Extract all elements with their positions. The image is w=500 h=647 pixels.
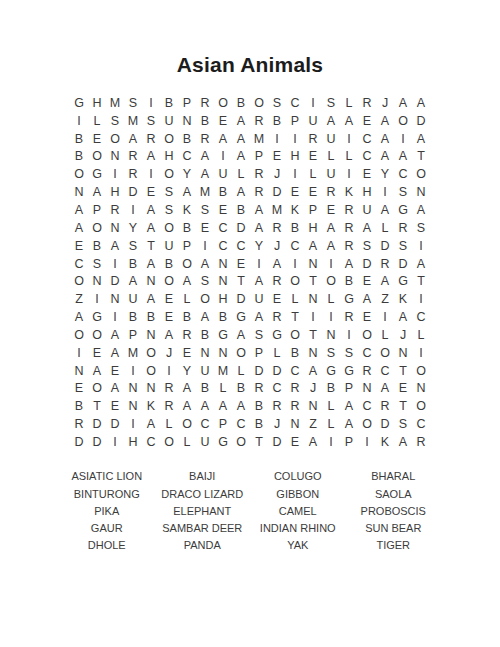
grid-cell: O bbox=[160, 219, 178, 237]
grid-cell: T bbox=[250, 433, 268, 451]
grid-cell: R bbox=[322, 183, 340, 201]
word-list: ASIATIC LIONBAIJICOLUGOBHARALBINTURONGDR… bbox=[59, 468, 441, 554]
grid-cell: B bbox=[232, 201, 250, 219]
grid-cell: N bbox=[304, 344, 322, 362]
grid-cell: R bbox=[160, 397, 178, 415]
grid-cell: R bbox=[250, 380, 268, 398]
grid-cell: N bbox=[358, 380, 376, 398]
grid-cell: E bbox=[106, 362, 124, 380]
grid-cell: D bbox=[232, 219, 250, 237]
grid-cell: A bbox=[250, 272, 268, 290]
grid-cell: A bbox=[376, 148, 394, 166]
grid-cell: I bbox=[358, 433, 376, 451]
grid-cell: O bbox=[394, 112, 412, 130]
grid-cell: N bbox=[142, 272, 160, 290]
grid-cell: O bbox=[412, 362, 430, 380]
word-item: SUN BEAR bbox=[346, 519, 442, 536]
grid-cell: A bbox=[394, 148, 412, 166]
grid-cell: R bbox=[340, 219, 358, 237]
page-title: Asian Animals bbox=[0, 0, 500, 78]
grid-cell: L bbox=[178, 433, 196, 451]
grid-cell: N bbox=[304, 397, 322, 415]
grid-cell: O bbox=[196, 290, 214, 308]
grid-cell: A bbox=[376, 112, 394, 130]
grid-cell: B bbox=[160, 255, 178, 273]
grid-cell: A bbox=[376, 272, 394, 290]
grid-cell: A bbox=[376, 380, 394, 398]
grid-cell: D bbox=[88, 415, 106, 433]
grid-cell: A bbox=[304, 362, 322, 380]
grid-cell: B bbox=[214, 183, 232, 201]
grid-cell: A bbox=[412, 201, 430, 219]
grid-cell: G bbox=[340, 290, 358, 308]
grid-cell: B bbox=[286, 344, 304, 362]
grid-cell: N bbox=[304, 255, 322, 273]
grid-cell: L bbox=[376, 219, 394, 237]
grid-cell: R bbox=[250, 183, 268, 201]
grid-cell: D bbox=[268, 362, 286, 380]
grid-cell: M bbox=[106, 94, 124, 112]
grid-cell: U bbox=[124, 290, 142, 308]
grid-cell: U bbox=[160, 112, 178, 130]
grid-cell: N bbox=[106, 290, 124, 308]
grid-cell: D bbox=[376, 415, 394, 433]
grid-cell: P bbox=[340, 380, 358, 398]
grid-cell: I bbox=[106, 255, 124, 273]
grid-cell: A bbox=[376, 201, 394, 219]
grid-cell: E bbox=[304, 183, 322, 201]
grid-cell: S bbox=[268, 94, 286, 112]
grid-cell: D bbox=[358, 255, 376, 273]
grid-cell: O bbox=[70, 326, 88, 344]
grid-cell: U bbox=[304, 112, 322, 130]
grid-cell: O bbox=[376, 344, 394, 362]
grid-cell: R bbox=[106, 201, 124, 219]
grid-cell: K bbox=[142, 397, 160, 415]
grid-cell: R bbox=[124, 165, 142, 183]
grid-cell: N bbox=[214, 255, 232, 273]
grid-cell: S bbox=[196, 272, 214, 290]
grid-cell: B bbox=[124, 255, 142, 273]
grid-cell: U bbox=[196, 433, 214, 451]
grid-cell: A bbox=[106, 380, 124, 398]
grid-cell: D bbox=[376, 237, 394, 255]
grid-cell: A bbox=[232, 112, 250, 130]
grid-cell: A bbox=[340, 255, 358, 273]
grid-cell: G bbox=[88, 165, 106, 183]
grid-cell: E bbox=[358, 272, 376, 290]
grid-cell: E bbox=[178, 344, 196, 362]
grid-cell: E bbox=[214, 112, 232, 130]
grid-cell: E bbox=[88, 130, 106, 148]
grid-cell: E bbox=[160, 290, 178, 308]
grid-cell: C bbox=[358, 130, 376, 148]
grid-cell: R bbox=[178, 326, 196, 344]
grid-cell: A bbox=[196, 165, 214, 183]
grid-cell: A bbox=[250, 219, 268, 237]
grid-cell: S bbox=[88, 255, 106, 273]
grid-cell: G bbox=[268, 326, 286, 344]
grid-cell: P bbox=[250, 344, 268, 362]
grid-cell: I bbox=[412, 344, 430, 362]
grid-cell: U bbox=[322, 165, 340, 183]
grid-cell: B bbox=[178, 308, 196, 326]
grid-cell: R bbox=[394, 219, 412, 237]
grid-cell: O bbox=[142, 344, 160, 362]
grid-cell: O bbox=[286, 272, 304, 290]
grid-cell: B bbox=[70, 397, 88, 415]
grid-cell: A bbox=[232, 326, 250, 344]
grid-cell: O bbox=[160, 433, 178, 451]
grid-cell: D bbox=[88, 433, 106, 451]
grid-cell: A bbox=[70, 308, 88, 326]
grid-cell: S bbox=[124, 237, 142, 255]
grid-cell: L bbox=[286, 290, 304, 308]
grid-cell: A bbox=[340, 397, 358, 415]
grid-cell: H bbox=[88, 94, 106, 112]
grid-cell: C bbox=[412, 308, 430, 326]
grid-cell: P bbox=[304, 201, 322, 219]
grid-cell: O bbox=[178, 415, 196, 433]
grid-cell: R bbox=[286, 397, 304, 415]
grid-cell: A bbox=[394, 308, 412, 326]
grid-cell: T bbox=[394, 362, 412, 380]
grid-cell: E bbox=[142, 183, 160, 201]
grid-cell: P bbox=[340, 433, 358, 451]
grid-cell: I bbox=[286, 165, 304, 183]
grid-cell: A bbox=[394, 94, 412, 112]
grid-cell: R bbox=[340, 201, 358, 219]
grid-cell: N bbox=[88, 272, 106, 290]
grid-cell: I bbox=[340, 326, 358, 344]
grid-cell: Y bbox=[376, 165, 394, 183]
grid-cell: R bbox=[268, 219, 286, 237]
grid-cell: R bbox=[142, 130, 160, 148]
grid-cell: D bbox=[268, 183, 286, 201]
grid-cell: S bbox=[322, 94, 340, 112]
grid-cell: H bbox=[358, 183, 376, 201]
grid-cell: A bbox=[250, 201, 268, 219]
grid-cell: I bbox=[412, 237, 430, 255]
grid-cell: R bbox=[70, 415, 88, 433]
grid-cell: A bbox=[142, 290, 160, 308]
grid-cell: J bbox=[160, 344, 178, 362]
grid-cell: L bbox=[88, 112, 106, 130]
word-item: BHARAL bbox=[346, 468, 442, 485]
grid-cell: I bbox=[124, 415, 142, 433]
grid-cell: I bbox=[304, 308, 322, 326]
grid-cell: O bbox=[88, 380, 106, 398]
grid-cell: B bbox=[232, 380, 250, 398]
grid-cell: N bbox=[196, 344, 214, 362]
word-item: BINTURONG bbox=[59, 485, 155, 502]
grid-cell: L bbox=[340, 148, 358, 166]
grid-cell: I bbox=[160, 362, 178, 380]
grid-cell: A bbox=[304, 237, 322, 255]
grid-cell: O bbox=[232, 344, 250, 362]
grid-cell: E bbox=[286, 433, 304, 451]
grid-cell: R bbox=[412, 433, 430, 451]
grid-cell: U bbox=[250, 290, 268, 308]
grid-cell: B bbox=[268, 112, 286, 130]
grid-cell: B bbox=[214, 308, 232, 326]
grid-cell: J bbox=[268, 165, 286, 183]
grid-cell: O bbox=[358, 326, 376, 344]
grid-cell: A bbox=[322, 219, 340, 237]
grid-cell: I bbox=[286, 130, 304, 148]
word-item: PROBOSCIS bbox=[346, 502, 442, 519]
grid-cell: H bbox=[160, 148, 178, 166]
grid-cell: L bbox=[232, 362, 250, 380]
grid-cell: R bbox=[376, 255, 394, 273]
grid-cell: A bbox=[142, 148, 160, 166]
grid-cell: B bbox=[232, 94, 250, 112]
grid-cell: R bbox=[268, 272, 286, 290]
grid-cell: N bbox=[322, 326, 340, 344]
word-item: ASIATIC LION bbox=[59, 468, 155, 485]
grid-cell: G bbox=[214, 326, 232, 344]
grid-cell: A bbox=[376, 130, 394, 148]
grid-cell: S bbox=[340, 344, 358, 362]
grid-cell: A bbox=[178, 272, 196, 290]
grid-cell: A bbox=[142, 415, 160, 433]
grid-cell: S bbox=[196, 201, 214, 219]
grid-cell: P bbox=[250, 148, 268, 166]
grid-cell: B bbox=[196, 326, 214, 344]
grid-cell: L bbox=[322, 148, 340, 166]
grid-cell: E bbox=[322, 201, 340, 219]
grid-cell: J bbox=[268, 415, 286, 433]
grid-cell: B bbox=[124, 308, 142, 326]
grid-cell: I bbox=[322, 433, 340, 451]
grid-cell: E bbox=[358, 308, 376, 326]
grid-cell: S bbox=[124, 94, 142, 112]
grid-cell: A bbox=[268, 255, 286, 273]
grid-cell: N bbox=[142, 326, 160, 344]
grid-cell: L bbox=[322, 397, 340, 415]
grid-cell: B bbox=[178, 130, 196, 148]
grid-cell: R bbox=[124, 148, 142, 166]
grid-cell: A bbox=[106, 326, 124, 344]
grid-cell: Z bbox=[304, 415, 322, 433]
grid-cell: A bbox=[70, 201, 88, 219]
grid-cell: A bbox=[358, 219, 376, 237]
grid-cell: A bbox=[214, 130, 232, 148]
grid-cell: R bbox=[196, 130, 214, 148]
grid-cell: M bbox=[124, 344, 142, 362]
grid-cell: D bbox=[232, 290, 250, 308]
word-search-grid: GHMSIBPROBOSCISLRJAAILSMSUNBEARBPUAAEAOD… bbox=[70, 94, 430, 451]
grid-cell: G bbox=[70, 94, 88, 112]
grid-cell: M bbox=[196, 183, 214, 201]
grid-cell: B bbox=[70, 148, 88, 166]
grid-cell: O bbox=[322, 272, 340, 290]
grid-cell: K bbox=[178, 201, 196, 219]
grid-cell: G bbox=[394, 272, 412, 290]
grid-cell: S bbox=[106, 112, 124, 130]
grid-cell: A bbox=[232, 183, 250, 201]
grid-cell: S bbox=[160, 183, 178, 201]
grid-cell: Z bbox=[376, 290, 394, 308]
grid-cell: I bbox=[340, 130, 358, 148]
grid-cell: N bbox=[304, 290, 322, 308]
grid-cell: C bbox=[196, 415, 214, 433]
grid-cell: C bbox=[178, 148, 196, 166]
grid-cell: A bbox=[322, 112, 340, 130]
word-item: GIBBON bbox=[250, 485, 346, 502]
word-item: DHOLE bbox=[59, 537, 155, 554]
grid-cell: B bbox=[286, 219, 304, 237]
grid-cell: R bbox=[358, 362, 376, 380]
grid-cell: G bbox=[394, 201, 412, 219]
grid-cell: C bbox=[394, 165, 412, 183]
grid-cell: O bbox=[88, 148, 106, 166]
word-search-page: Asian Animals GHMSIBPROBOSCISLRJAAILSMSU… bbox=[0, 0, 500, 647]
grid-cell: C bbox=[232, 415, 250, 433]
grid-cell: A bbox=[124, 272, 142, 290]
word-item: DRACO LIZARD bbox=[155, 485, 251, 502]
grid-cell: G bbox=[232, 308, 250, 326]
grid-cell: B bbox=[160, 94, 178, 112]
grid-cell: I bbox=[106, 165, 124, 183]
grid-cell: J bbox=[304, 380, 322, 398]
grid-cell: I bbox=[322, 255, 340, 273]
grid-cell: B bbox=[250, 397, 268, 415]
grid-cell: L bbox=[232, 165, 250, 183]
grid-cell: N bbox=[70, 183, 88, 201]
grid-cell: A bbox=[142, 201, 160, 219]
grid-cell: N bbox=[70, 362, 88, 380]
grid-cell: S bbox=[412, 219, 430, 237]
grid-cell: E bbox=[268, 148, 286, 166]
grid-cell: A bbox=[232, 397, 250, 415]
grid-cell: E bbox=[70, 380, 88, 398]
grid-cell: T bbox=[412, 272, 430, 290]
word-item: TIGER bbox=[346, 537, 442, 554]
grid-cell: O bbox=[412, 397, 430, 415]
word-item: PANDA bbox=[155, 537, 251, 554]
grid-cell: D bbox=[106, 272, 124, 290]
grid-cell: I bbox=[214, 148, 232, 166]
grid-cell: A bbox=[196, 148, 214, 166]
grid-cell: I bbox=[340, 165, 358, 183]
grid-cell: D bbox=[106, 415, 124, 433]
grid-cell: G bbox=[340, 362, 358, 380]
grid-cell: R bbox=[268, 308, 286, 326]
grid-cell: A bbox=[196, 308, 214, 326]
grid-cell: A bbox=[106, 344, 124, 362]
grid-cell: Y bbox=[178, 362, 196, 380]
grid-cell: O bbox=[142, 362, 160, 380]
grid-cell: D bbox=[412, 112, 430, 130]
grid-cell: K bbox=[394, 290, 412, 308]
grid-cell: I bbox=[106, 308, 124, 326]
word-item: GAUR bbox=[59, 519, 155, 536]
grid-cell: A bbox=[88, 183, 106, 201]
word-item: INDIAN RHINO bbox=[250, 519, 346, 536]
grid-cell: C bbox=[286, 362, 304, 380]
grid-cell: I bbox=[142, 94, 160, 112]
grid-cell: A bbox=[88, 362, 106, 380]
grid-cell: C bbox=[214, 237, 232, 255]
grid-cell: M bbox=[250, 130, 268, 148]
grid-cell: E bbox=[214, 201, 232, 219]
grid-cell: N bbox=[178, 112, 196, 130]
grid-cell: N bbox=[412, 183, 430, 201]
grid-cell: U bbox=[322, 130, 340, 148]
grid-cell: R bbox=[340, 308, 358, 326]
grid-cell: B bbox=[196, 112, 214, 130]
grid-cell: P bbox=[214, 415, 232, 433]
grid-cell: B bbox=[88, 237, 106, 255]
grid-cell: O bbox=[358, 415, 376, 433]
grid-cell: N bbox=[214, 272, 232, 290]
grid-cell: T bbox=[394, 397, 412, 415]
grid-cell: B bbox=[178, 219, 196, 237]
grid-cell: C bbox=[214, 219, 232, 237]
grid-cell: B bbox=[70, 130, 88, 148]
grid-cell: K bbox=[376, 433, 394, 451]
grid-cell: D bbox=[268, 433, 286, 451]
grid-cell: L bbox=[178, 290, 196, 308]
grid-cell: M bbox=[268, 201, 286, 219]
grid-cell: L bbox=[322, 415, 340, 433]
grid-cell: U bbox=[214, 165, 232, 183]
grid-cell: O bbox=[88, 326, 106, 344]
grid-cell: A bbox=[124, 130, 142, 148]
grid-cell: T bbox=[88, 397, 106, 415]
grid-cell: S bbox=[394, 183, 412, 201]
grid-cell: R bbox=[250, 165, 268, 183]
grid-cell: T bbox=[232, 272, 250, 290]
word-item: COLUGO bbox=[250, 468, 346, 485]
grid-cell: A bbox=[178, 380, 196, 398]
grid-cell: C bbox=[142, 433, 160, 451]
grid-cell: H bbox=[214, 290, 232, 308]
grid-cell: O bbox=[106, 130, 124, 148]
word-item: YAK bbox=[250, 537, 346, 554]
grid-cell: A bbox=[196, 255, 214, 273]
grid-cell: B bbox=[196, 380, 214, 398]
grid-cell: E bbox=[160, 308, 178, 326]
grid-cell: A bbox=[358, 290, 376, 308]
grid-cell: N bbox=[214, 344, 232, 362]
word-item: ELEPHANT bbox=[155, 502, 251, 519]
grid-cell: O bbox=[70, 165, 88, 183]
grid-cell: C bbox=[286, 237, 304, 255]
grid-cell: N bbox=[394, 344, 412, 362]
grid-cell: B bbox=[142, 308, 160, 326]
grid-cell: E bbox=[196, 219, 214, 237]
grid-cell: A bbox=[412, 130, 430, 148]
grid-cell: N bbox=[106, 219, 124, 237]
grid-cell: C bbox=[70, 255, 88, 273]
word-item: SAMBAR DEER bbox=[155, 519, 251, 536]
grid-cell: N bbox=[142, 380, 160, 398]
grid-cell: T bbox=[286, 308, 304, 326]
grid-cell: I bbox=[304, 94, 322, 112]
grid-cell: N bbox=[124, 380, 142, 398]
grid-cell: E bbox=[70, 237, 88, 255]
grid-cell: H bbox=[124, 433, 142, 451]
grid-cell: Z bbox=[70, 290, 88, 308]
grid-cell: T bbox=[142, 237, 160, 255]
grid-cell: A bbox=[70, 219, 88, 237]
word-item: SAOLA bbox=[346, 485, 442, 502]
grid-cell: E bbox=[268, 290, 286, 308]
grid-cell: O bbox=[286, 326, 304, 344]
grid-cell: E bbox=[358, 165, 376, 183]
